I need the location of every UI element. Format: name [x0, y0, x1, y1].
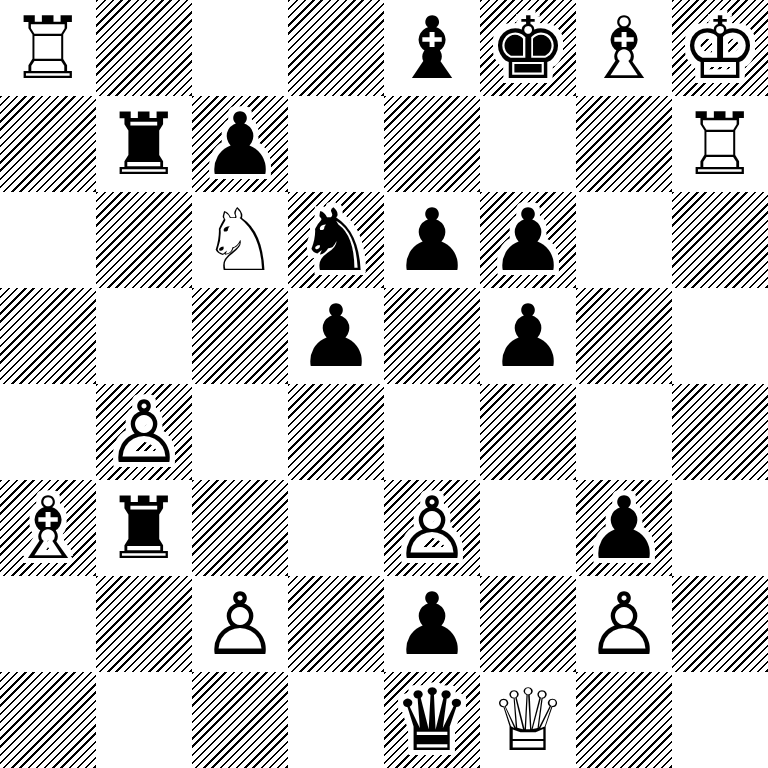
- square-d3[interactable]: [288, 480, 384, 576]
- square-f4[interactable]: [480, 384, 576, 480]
- square-g3[interactable]: ♟: [576, 480, 672, 576]
- chess-board: ♖♝♚♗♔♜♟♖♘♞♟♟♟♟♙♗♜♙♟♙♟♙♛♕: [0, 0, 768, 768]
- square-g4[interactable]: [576, 384, 672, 480]
- piece-black-rook: ♜: [105, 485, 182, 571]
- square-c8[interactable]: [192, 0, 288, 96]
- piece-white-bishop: ♗: [585, 5, 662, 91]
- square-a7[interactable]: [0, 96, 96, 192]
- square-e3[interactable]: ♙: [384, 480, 480, 576]
- piece-white-king: ♔: [681, 5, 758, 91]
- square-h4[interactable]: [672, 384, 768, 480]
- square-b7[interactable]: ♜: [96, 96, 192, 192]
- square-f1[interactable]: ♕: [480, 672, 576, 768]
- piece-black-pawn: ♟: [393, 197, 470, 283]
- square-d2[interactable]: [288, 576, 384, 672]
- square-g1[interactable]: [576, 672, 672, 768]
- square-c7[interactable]: ♟: [192, 96, 288, 192]
- square-f6[interactable]: ♟: [480, 192, 576, 288]
- square-d8[interactable]: [288, 0, 384, 96]
- piece-white-pawn: ♙: [105, 389, 182, 475]
- square-g5[interactable]: [576, 288, 672, 384]
- square-e2[interactable]: ♟: [384, 576, 480, 672]
- piece-white-knight: ♘: [201, 197, 278, 283]
- square-f2[interactable]: [480, 576, 576, 672]
- square-b2[interactable]: [96, 576, 192, 672]
- square-d7[interactable]: [288, 96, 384, 192]
- square-b6[interactable]: [96, 192, 192, 288]
- piece-black-king: ♚: [489, 5, 566, 91]
- piece-black-pawn: ♟: [297, 293, 374, 379]
- square-h8[interactable]: ♔: [672, 0, 768, 96]
- square-e4[interactable]: [384, 384, 480, 480]
- square-g6[interactable]: [576, 192, 672, 288]
- square-h3[interactable]: [672, 480, 768, 576]
- piece-black-bishop: ♝: [393, 5, 470, 91]
- square-b4[interactable]: ♙: [96, 384, 192, 480]
- square-h2[interactable]: [672, 576, 768, 672]
- square-g8[interactable]: ♗: [576, 0, 672, 96]
- square-b3[interactable]: ♜: [96, 480, 192, 576]
- square-b8[interactable]: [96, 0, 192, 96]
- square-e1[interactable]: ♛: [384, 672, 480, 768]
- square-a5[interactable]: [0, 288, 96, 384]
- piece-black-knight: ♞: [297, 197, 374, 283]
- square-f3[interactable]: [480, 480, 576, 576]
- piece-white-bishop: ♗: [9, 485, 86, 571]
- square-e7[interactable]: [384, 96, 480, 192]
- square-d4[interactable]: [288, 384, 384, 480]
- square-c1[interactable]: [192, 672, 288, 768]
- square-d1[interactable]: [288, 672, 384, 768]
- piece-white-rook: ♖: [681, 101, 758, 187]
- square-f5[interactable]: ♟: [480, 288, 576, 384]
- square-h5[interactable]: [672, 288, 768, 384]
- piece-white-pawn: ♙: [201, 581, 278, 667]
- piece-black-rook: ♜: [105, 101, 182, 187]
- square-a8[interactable]: ♖: [0, 0, 96, 96]
- square-a3[interactable]: ♗: [0, 480, 96, 576]
- square-b1[interactable]: [96, 672, 192, 768]
- square-e5[interactable]: [384, 288, 480, 384]
- square-b5[interactable]: [96, 288, 192, 384]
- square-f8[interactable]: ♚: [480, 0, 576, 96]
- square-a2[interactable]: [0, 576, 96, 672]
- square-e6[interactable]: ♟: [384, 192, 480, 288]
- square-a1[interactable]: [0, 672, 96, 768]
- square-c6[interactable]: ♘: [192, 192, 288, 288]
- square-f7[interactable]: [480, 96, 576, 192]
- piece-white-pawn: ♙: [585, 581, 662, 667]
- square-e8[interactable]: ♝: [384, 0, 480, 96]
- square-d5[interactable]: ♟: [288, 288, 384, 384]
- square-c3[interactable]: [192, 480, 288, 576]
- piece-white-rook: ♖: [9, 5, 86, 91]
- piece-black-pawn: ♟: [489, 197, 566, 283]
- square-g7[interactable]: [576, 96, 672, 192]
- square-d6[interactable]: ♞: [288, 192, 384, 288]
- piece-black-pawn: ♟: [201, 101, 278, 187]
- piece-black-pawn: ♟: [585, 485, 662, 571]
- piece-white-pawn: ♙: [393, 485, 470, 571]
- square-c5[interactable]: [192, 288, 288, 384]
- square-c4[interactable]: [192, 384, 288, 480]
- square-h1[interactable]: [672, 672, 768, 768]
- square-h6[interactable]: [672, 192, 768, 288]
- square-a4[interactable]: [0, 384, 96, 480]
- square-c2[interactable]: ♙: [192, 576, 288, 672]
- piece-black-queen: ♛: [393, 677, 470, 763]
- square-h7[interactable]: ♖: [672, 96, 768, 192]
- piece-black-pawn: ♟: [393, 581, 470, 667]
- piece-white-queen: ♕: [489, 677, 566, 763]
- square-g2[interactable]: ♙: [576, 576, 672, 672]
- piece-black-pawn: ♟: [489, 293, 566, 379]
- square-a6[interactable]: [0, 192, 96, 288]
